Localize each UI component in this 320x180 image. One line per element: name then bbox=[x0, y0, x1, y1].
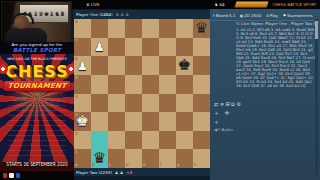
poster-fineprint bbox=[8, 100, 66, 158]
square-b1[interactable]: ♛b bbox=[91, 149, 108, 168]
square-a6[interactable]: ♟6 bbox=[74, 56, 91, 75]
square-c4[interactable] bbox=[108, 94, 125, 113]
file-label: d bbox=[126, 163, 129, 167]
square-d5[interactable] bbox=[125, 75, 142, 94]
file-label: a bbox=[75, 163, 77, 167]
settings-gear-icon[interactable]: ⚙ bbox=[236, 101, 240, 107]
square-d2[interactable] bbox=[125, 131, 142, 150]
square-e4[interactable] bbox=[142, 94, 159, 113]
square-a2[interactable]: 2 bbox=[74, 131, 91, 150]
square-f5[interactable] bbox=[159, 75, 176, 94]
piece-black-king-g6: ♚ bbox=[178, 58, 191, 73]
engine-icon[interactable]: ✛ bbox=[224, 110, 229, 117]
audio-label: Audio bbox=[221, 128, 232, 133]
square-h8[interactable]: ♛ bbox=[193, 19, 210, 38]
rank-label: 6 bbox=[75, 57, 78, 61]
file-label: g bbox=[177, 163, 180, 167]
tab-play[interactable]: ♙Play bbox=[266, 13, 278, 18]
square-c7[interactable] bbox=[108, 38, 125, 57]
add-analysis-icon[interactable]: + bbox=[214, 110, 219, 117]
square-b7[interactable]: ♟ bbox=[91, 38, 108, 57]
logo-blue bbox=[16, 173, 20, 178]
top-player-captured-pieces: ♙ ♙ ♙ bbox=[115, 12, 128, 17]
moves-text: 1. e4 c5 2. Nf3 d6 3. d4 cxd4 4. Nxd4 Nf… bbox=[236, 28, 316, 88]
analysis-panel: ♗Board 5-1 ◐2D 2500 ♙Play ⚑Tournaments ⓘ… bbox=[210, 9, 320, 180]
square-g7[interactable] bbox=[176, 38, 193, 57]
rank-label: 8 bbox=[75, 20, 78, 24]
knight-counter: ♞ 64 bbox=[215, 2, 225, 7]
headphones bbox=[12, 13, 34, 24]
tab-tournaments[interactable]: ⚑Tournaments bbox=[283, 13, 313, 18]
square-f6[interactable] bbox=[159, 56, 176, 75]
rosette-right bbox=[66, 64, 74, 74]
square-c5[interactable] bbox=[108, 75, 125, 94]
chess-board[interactable]: 8♛7♟♟6♚54♚32a1♛bcdefgh bbox=[74, 19, 210, 168]
square-d1[interactable]: d bbox=[125, 149, 142, 168]
square-g6[interactable]: ♚ bbox=[176, 56, 193, 75]
square-f3[interactable] bbox=[159, 112, 176, 131]
square-c2[interactable] bbox=[108, 131, 125, 150]
square-c6[interactable] bbox=[108, 56, 125, 75]
square-d6[interactable] bbox=[125, 56, 142, 75]
square-c8[interactable] bbox=[108, 19, 125, 38]
square-e5[interactable] bbox=[142, 75, 159, 94]
square-a1[interactable]: a1 bbox=[74, 149, 91, 168]
square-g4[interactable] bbox=[176, 94, 193, 113]
square-a4[interactable]: 4 bbox=[74, 94, 91, 113]
game-header-line: ⓘ Live Game: Player One - Player Two (5|… bbox=[236, 21, 316, 27]
square-h1[interactable]: h bbox=[193, 149, 210, 168]
square-g3[interactable] bbox=[176, 112, 193, 131]
square-h7[interactable] bbox=[193, 38, 210, 57]
live-game-title: ⓘ Live Game: Player One - Player Two (5|… bbox=[236, 21, 316, 27]
piece-black-queen-h8: ♛ bbox=[195, 21, 208, 36]
new-board-icon[interactable]: ⊞ bbox=[225, 101, 229, 107]
banner-shape bbox=[235, 2, 269, 8]
file-label: e bbox=[143, 163, 145, 167]
flip-board-icon[interactable]: ⇄ bbox=[214, 101, 218, 107]
square-g1[interactable]: g bbox=[176, 149, 193, 168]
poster-art: NEW KIDS ON THE BLOCK PRESENTS CHESS TOU… bbox=[0, 54, 74, 165]
scrollbar-thumb[interactable] bbox=[315, 21, 318, 39]
stream-top-bar: ♛ LIVE ♞ 64 CHESS BATTLE SPORT bbox=[70, 0, 320, 9]
square-e3[interactable] bbox=[142, 112, 159, 131]
square-d4[interactable] bbox=[125, 94, 142, 113]
square-c1[interactable]: c bbox=[108, 149, 125, 168]
presents-line: NEW KIDS ON THE BLOCK PRESENTS bbox=[0, 57, 74, 61]
panel-scrollbar[interactable] bbox=[315, 19, 318, 176]
webcam-view: ♜♞♝♛♚♝♞♜ bbox=[1, 1, 72, 44]
square-e7[interactable] bbox=[142, 38, 159, 57]
square-a8[interactable]: 8 bbox=[74, 19, 91, 38]
bottom-player-name: Player Two (2259) bbox=[76, 170, 112, 175]
menu-icon[interactable]: ≡ bbox=[220, 101, 224, 107]
square-f7[interactable] bbox=[159, 38, 176, 57]
square-h5[interactable] bbox=[193, 75, 210, 94]
live-badge: ♛ LIVE bbox=[86, 2, 100, 7]
piece-white-pawn-b7: ♟ bbox=[94, 41, 105, 53]
poster-title: CHESS bbox=[0, 62, 74, 81]
bottom-player-score: +2 bbox=[126, 170, 132, 175]
board-controls: ⇄ ≡ ⊞ ⧉ ⚙ + ✛ + ◀)) Audio bbox=[214, 101, 238, 132]
poster-subtitle: TOURNAMENT bbox=[7, 82, 66, 90]
rank-label: 2 bbox=[75, 132, 78, 136]
square-a5[interactable]: 5 bbox=[74, 75, 91, 94]
logo-red bbox=[3, 173, 7, 178]
square-h4[interactable] bbox=[193, 94, 210, 113]
file-label: b bbox=[92, 163, 95, 167]
square-b3[interactable] bbox=[91, 112, 108, 131]
top-player-name: Player One (2484) bbox=[76, 12, 112, 17]
tournament-poster: Are you signed up for the BATTLE SPORT N… bbox=[0, 42, 74, 180]
rank-label: 3 bbox=[75, 113, 78, 117]
file-label: f bbox=[160, 163, 161, 167]
square-d3[interactable] bbox=[125, 112, 142, 131]
file-label: h bbox=[194, 163, 197, 167]
file-label: c bbox=[109, 163, 111, 167]
logo-white bbox=[9, 173, 13, 178]
square-f1[interactable]: f bbox=[159, 149, 176, 168]
square-f2[interactable] bbox=[159, 131, 176, 150]
copy-icon[interactable]: ⧉ bbox=[231, 101, 235, 107]
square-g2[interactable] bbox=[176, 131, 193, 150]
square-g8[interactable] bbox=[176, 19, 193, 38]
add-line-icon[interactable]: + bbox=[214, 118, 219, 125]
square-g5[interactable] bbox=[176, 75, 193, 94]
square-a3[interactable]: ♚3 bbox=[74, 112, 91, 131]
square-e2[interactable] bbox=[142, 131, 159, 150]
tab-board[interactable]: ♗Board 5-1 bbox=[212, 13, 236, 18]
speaker-icon[interactable]: ◀)) bbox=[214, 128, 220, 133]
poster-ribbon: TOURNAMENT bbox=[3, 81, 70, 91]
rank-label: 1 bbox=[75, 150, 78, 154]
brand-name: BATTLE SPORT bbox=[0, 47, 74, 54]
square-d7[interactable] bbox=[125, 38, 142, 57]
square-b8[interactable] bbox=[91, 19, 108, 38]
square-f8[interactable] bbox=[159, 19, 176, 38]
start-date: STARTS 16 SEPTEMBER 2020 bbox=[0, 162, 74, 167]
rank-label: 7 bbox=[75, 39, 78, 43]
piece-white-pawn-a6: ♟ bbox=[77, 60, 88, 72]
square-e8[interactable] bbox=[142, 19, 159, 38]
top-player-bar: Player One (2484) ♙ ♙ ♙ bbox=[74, 10, 210, 19]
move-list[interactable]: 1. e4 c5 2. Nf3 d6 3. d4 cxd4 4. Nxd4 Nf… bbox=[236, 28, 316, 104]
square-b6[interactable] bbox=[91, 56, 108, 75]
rank-label: 5 bbox=[75, 76, 78, 80]
panel-tabs: ♗Board 5-1 ◐2D 2500 ♙Play ⚑Tournaments bbox=[212, 11, 318, 21]
square-f4[interactable] bbox=[159, 94, 176, 113]
square-e6[interactable] bbox=[142, 56, 159, 75]
banner-text: CHESS BATTLE SPORT bbox=[272, 2, 316, 7]
square-b4[interactable] bbox=[91, 94, 108, 113]
square-d8[interactable] bbox=[125, 19, 142, 38]
square-c3[interactable] bbox=[108, 112, 125, 131]
pawn-icon: ♙ bbox=[266, 13, 270, 18]
square-e1[interactable]: e bbox=[142, 149, 159, 168]
square-h6[interactable] bbox=[193, 56, 210, 75]
sponsor-logos: SA JUNIOR CHESS bbox=[0, 171, 74, 180]
poster-date-strip: STARTS 16 SEPTEMBER 2020 bbox=[0, 162, 74, 171]
rank-label: 4 bbox=[75, 95, 78, 99]
square-b2[interactable] bbox=[91, 131, 108, 150]
square-a7[interactable]: 7 bbox=[74, 38, 91, 57]
bottom-player-captured-pieces: ♟ ♟ bbox=[115, 170, 123, 175]
tab-2d[interactable]: ◐2D 2500 bbox=[240, 13, 261, 18]
square-h2[interactable] bbox=[193, 131, 210, 150]
square-b5[interactable] bbox=[91, 75, 108, 94]
square-h3[interactable] bbox=[193, 112, 210, 131]
bottom-player-bar: Player Two (2259) ♟ ♟ +2 bbox=[74, 168, 210, 176]
